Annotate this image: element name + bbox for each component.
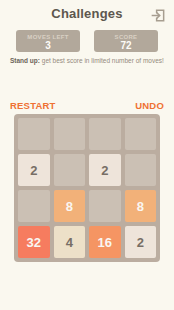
empty-cell-r3c1 [18, 190, 50, 222]
hint-text: get best score in limited number of move… [40, 57, 164, 64]
screen: Challenges MOVES LEFT 3 SCORE 72 Stand u… [0, 0, 174, 310]
stats-row: MOVES LEFT 3 SCORE 72 [0, 30, 174, 52]
empty-cell-r2c2 [54, 154, 86, 186]
score-badge: SCORE 72 [94, 30, 158, 52]
moves-left-badge: MOVES LEFT 3 [16, 30, 80, 52]
challenge-hint: Stand up: get best score in limited numb… [10, 57, 168, 65]
exit-button[interactable] [151, 8, 166, 23]
empty-cell-r2c4 [125, 154, 157, 186]
moves-left-value: 3 [16, 40, 80, 51]
tile-8-r3c4: 8 [125, 190, 157, 222]
tile-32-r4c1: 32 [18, 226, 50, 258]
tile-2-r2c1: 2 [18, 154, 50, 186]
empty-cell-r1c1 [18, 118, 50, 150]
empty-cell-r1c2 [54, 118, 86, 150]
tile-4-r4c2: 4 [54, 226, 86, 258]
undo-button[interactable]: UNDO [135, 100, 164, 111]
tile-16-r4c3: 16 [89, 226, 121, 258]
hint-lead: Stand up: [10, 57, 40, 64]
empty-cell-r1c4 [125, 118, 157, 150]
empty-cell-r1c3 [89, 118, 121, 150]
tile-8-r3c2: 8 [54, 190, 86, 222]
board[interactable]: 2288324162 [14, 114, 160, 262]
exit-icon [151, 8, 166, 23]
empty-cell-r3c3 [89, 190, 121, 222]
tile-2-r4c4: 2 [125, 226, 157, 258]
actions-row: RESTART UNDO [10, 100, 164, 111]
score-value: 72 [94, 40, 158, 51]
restart-button[interactable]: RESTART [10, 100, 56, 111]
page-title: Challenges [0, 6, 174, 21]
tile-2-r2c3: 2 [89, 154, 121, 186]
